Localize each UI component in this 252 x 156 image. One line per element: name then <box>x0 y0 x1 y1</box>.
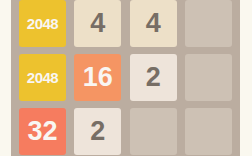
empty-cell <box>185 0 232 47</box>
board-2048[interactable]: 2048442048162322 <box>11 0 240 156</box>
tile-4: 4 <box>74 0 121 47</box>
tile-2048: 2048 <box>19 54 66 101</box>
page-background: { "game": "2048", "position": "2048,4,4,… <box>0 0 252 156</box>
empty-cell <box>130 108 177 155</box>
empty-cell <box>185 54 232 101</box>
empty-cell <box>185 108 232 155</box>
tile-32: 32 <box>19 108 66 155</box>
tile-4: 4 <box>130 0 177 47</box>
tile-2: 2 <box>74 108 121 155</box>
tile-2048: 2048 <box>19 0 66 47</box>
tile-2: 2 <box>130 54 177 101</box>
tile-16: 16 <box>74 54 121 101</box>
